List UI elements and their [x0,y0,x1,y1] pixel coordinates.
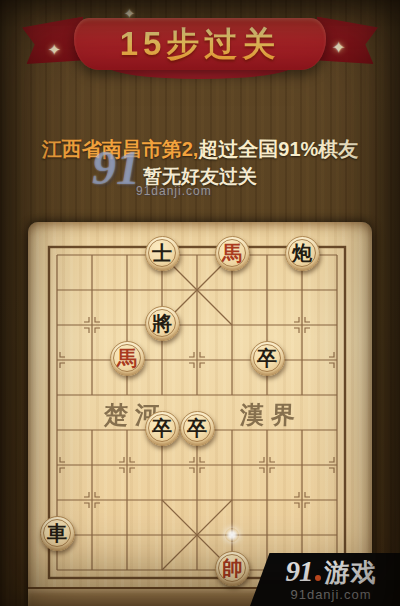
corner-watermark: 91 游戏 91danji.com [250,553,400,606]
level-title: 15步过关 [74,18,326,70]
watermark-logo-number: 91 [286,557,313,586]
ranking-rest: 超过全国91%棋友 [198,138,358,160]
friends-status-line: 暂无好友过关 [0,164,400,190]
piece-label: 馬 [117,348,137,369]
piece-label: 將 [152,313,172,334]
piece-black-將[interactable]: 將 [145,306,180,341]
ranking-line: 江西省南昌市第2,超过全国91%棋友 [0,136,400,163]
piece-black-卒[interactable]: 卒 [250,341,285,376]
piece-label: 卒 [187,418,207,439]
corner-watermark-logo: 91 游戏 [286,557,377,586]
piece-label: 車 [47,523,67,544]
piece-label: 卒 [152,418,172,439]
screen: 15步过关 ✦ ✦ ✦ 江西省南昌市第2,超过全国91%棋友 暂无好友过关 91… [0,0,400,606]
piece-red-馬[interactable]: 馬 [110,341,145,376]
sparkle-icon: ✦ [124,6,135,21]
piece-black-炮[interactable]: 炮 [285,236,320,271]
piece-label: 卒 [257,348,277,369]
sparkle-icon: ✦ [48,41,61,59]
board-grid[interactable]: 士馬炮將馬卒卒卒車帥 [40,238,355,588]
piece-black-車[interactable]: 車 [40,516,75,551]
piece-label: 炮 [292,243,312,264]
piece-black-卒[interactable]: 卒 [180,411,215,446]
piece-black-卒[interactable]: 卒 [145,411,180,446]
ranking-highlight: 江西省南昌市第2, [42,138,199,160]
sparkle-icon: ✦ [332,38,345,57]
level-banner: 15步过关 ✦ ✦ ✦ [0,0,400,100]
watermark-logo-text: 游戏 [325,560,377,585]
piece-label: 帥 [222,558,242,579]
watermark-logo-dot-icon [315,575,321,581]
ribbon-band: 15步过关 [74,18,326,70]
piece-label: 馬 [222,243,242,264]
piece-black-士[interactable]: 士 [145,236,180,271]
piece-label: 士 [152,243,172,264]
piece-red-帥[interactable]: 帥 [215,551,250,586]
corner-watermark-site-url: 91danji.com [290,587,371,602]
piece-red-馬[interactable]: 馬 [215,236,250,271]
